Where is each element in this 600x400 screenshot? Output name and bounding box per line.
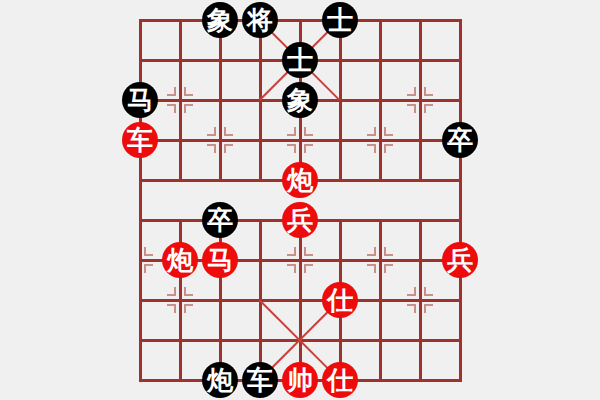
position-marker bbox=[384, 264, 393, 273]
position-marker bbox=[167, 87, 176, 96]
piece-red-cannon[interactable]: 炮 bbox=[282, 162, 318, 198]
grid-line-vertical-edge bbox=[459, 19, 462, 382]
position-marker bbox=[367, 264, 376, 273]
piece-black-advisor[interactable]: 士 bbox=[282, 42, 318, 78]
piece-black-advisor[interactable]: 士 bbox=[322, 2, 358, 38]
piece-black-elephant[interactable]: 象 bbox=[282, 82, 318, 118]
grid-line-vertical bbox=[299, 219, 302, 382]
position-marker bbox=[184, 87, 193, 96]
position-marker bbox=[144, 264, 153, 273]
position-marker bbox=[424, 87, 433, 96]
piece-red-cannon[interactable]: 炮 bbox=[162, 242, 198, 278]
position-marker bbox=[384, 144, 393, 153]
position-marker bbox=[304, 127, 313, 136]
piece-red-horse[interactable]: 马 bbox=[202, 242, 238, 278]
position-marker bbox=[184, 104, 193, 113]
grid-line-vertical bbox=[419, 19, 422, 182]
position-marker bbox=[407, 104, 416, 113]
position-marker bbox=[144, 247, 153, 256]
piece-red-soldier[interactable]: 兵 bbox=[442, 242, 478, 278]
piece-red-advisor[interactable]: 仕 bbox=[322, 282, 358, 318]
position-marker bbox=[367, 247, 376, 256]
position-marker bbox=[224, 144, 233, 153]
grid-line-vertical bbox=[219, 19, 222, 182]
position-marker bbox=[207, 144, 216, 153]
piece-red-soldier[interactable]: 兵 bbox=[282, 202, 318, 238]
position-marker bbox=[167, 104, 176, 113]
xiangqi-board: 象将士士马象车卒炮卒兵炮马兵仕炮车帅仕 bbox=[0, 0, 600, 400]
piece-black-cannon[interactable]: 炮 bbox=[202, 362, 238, 398]
position-marker bbox=[287, 127, 296, 136]
piece-black-horse[interactable]: 马 bbox=[122, 82, 158, 118]
grid-line-vertical bbox=[379, 219, 382, 382]
piece-black-soldier[interactable]: 卒 bbox=[202, 202, 238, 238]
position-marker bbox=[304, 247, 313, 256]
position-marker bbox=[304, 264, 313, 273]
position-marker bbox=[407, 287, 416, 296]
piece-black-soldier[interactable]: 卒 bbox=[442, 122, 478, 158]
position-marker bbox=[167, 287, 176, 296]
position-marker bbox=[287, 264, 296, 273]
grid-line-vertical bbox=[179, 19, 182, 182]
position-marker bbox=[384, 127, 393, 136]
position-marker bbox=[287, 247, 296, 256]
position-marker bbox=[167, 304, 176, 313]
grid-line-vertical bbox=[419, 219, 422, 382]
position-marker bbox=[287, 144, 296, 153]
position-marker bbox=[367, 144, 376, 153]
piece-black-chariot[interactable]: 车 bbox=[242, 362, 278, 398]
position-marker bbox=[184, 304, 193, 313]
position-marker bbox=[384, 247, 393, 256]
piece-red-chariot[interactable]: 车 bbox=[122, 122, 158, 158]
position-marker bbox=[207, 127, 216, 136]
position-marker bbox=[424, 104, 433, 113]
position-marker bbox=[424, 304, 433, 313]
grid-line-vertical bbox=[379, 19, 382, 182]
piece-black-general[interactable]: 将 bbox=[242, 2, 278, 38]
position-marker bbox=[424, 287, 433, 296]
piece-black-elephant[interactable]: 象 bbox=[202, 2, 238, 38]
position-marker bbox=[367, 127, 376, 136]
position-marker bbox=[407, 304, 416, 313]
position-marker bbox=[304, 144, 313, 153]
grid-line-vertical-edge bbox=[139, 19, 142, 382]
piece-red-advisor[interactable]: 仕 bbox=[322, 362, 358, 398]
position-marker bbox=[184, 287, 193, 296]
piece-red-general[interactable]: 帅 bbox=[282, 362, 318, 398]
position-marker bbox=[224, 127, 233, 136]
position-marker bbox=[407, 87, 416, 96]
